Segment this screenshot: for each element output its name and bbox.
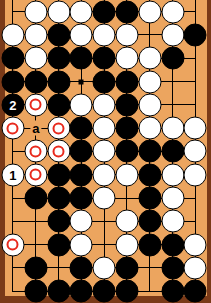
grid-line-v	[195, 210, 196, 233]
white-stone	[70, 210, 93, 233]
grid-line-v	[195, 47, 196, 70]
white-stone	[184, 233, 207, 256]
grid-line-v	[104, 233, 105, 256]
grid-line-v	[149, 256, 150, 279]
point-r13c3[interactable]	[47, 280, 70, 303]
white-stone	[161, 117, 184, 140]
point-r12c2[interactable]	[24, 256, 47, 279]
point-r7c3[interactable]	[47, 140, 70, 163]
white-stone	[93, 23, 116, 46]
black-stone	[93, 70, 116, 93]
point-r12c4[interactable]	[70, 256, 93, 279]
white-stone	[161, 0, 184, 23]
black-stone	[70, 140, 93, 163]
point-r10c1[interactable]	[2, 210, 25, 233]
black-stone	[47, 70, 70, 93]
point-r7c5[interactable]	[93, 140, 116, 163]
black-stone	[70, 187, 93, 210]
black-stone	[47, 23, 70, 46]
grid-line-v	[195, 93, 196, 116]
point-r6c7[interactable]	[138, 116, 161, 139]
grid-line-v	[12, 256, 13, 279]
point-r1c4[interactable]	[70, 0, 93, 23]
point-r11c4[interactable]	[70, 233, 93, 256]
point-r12c5[interactable]	[93, 256, 116, 279]
black-stone	[47, 93, 70, 116]
white-stone	[24, 0, 47, 23]
black-stone	[184, 23, 207, 46]
go-board: 2a1	[0, 0, 211, 303]
point-r8c3[interactable]	[47, 163, 70, 186]
black-stone	[47, 187, 70, 210]
point-r1c1[interactable]	[2, 0, 25, 23]
point-r13c8[interactable]	[161, 280, 184, 303]
point-r13c4[interactable]	[70, 280, 93, 303]
point-r4c5[interactable]	[93, 70, 116, 93]
point-r6c4[interactable]	[70, 116, 93, 139]
grid-line-v	[149, 280, 150, 292]
point-r4c4[interactable]	[70, 70, 93, 93]
point-r7c9[interactable]	[184, 140, 207, 163]
black-stone	[93, 47, 116, 70]
point-r5c9[interactable]	[184, 93, 207, 116]
point-r3c8[interactable]	[161, 47, 184, 70]
point-r6c9[interactable]	[184, 116, 207, 139]
board-grid: 2a1	[2, 0, 207, 303]
white-stone	[70, 233, 93, 256]
grid-line-v	[35, 233, 36, 256]
white-stone	[1, 23, 24, 46]
white-stone	[24, 23, 47, 46]
grid-line-h	[12, 11, 24, 12]
point-r8c1[interactable]: 1	[2, 163, 25, 186]
black-stone	[70, 256, 93, 279]
grid-line-v	[58, 256, 59, 279]
point-r7c8[interactable]	[161, 140, 184, 163]
point-r10c5[interactable]	[93, 210, 116, 233]
point-r7c4[interactable]	[70, 140, 93, 163]
point-r12c8[interactable]	[161, 256, 184, 279]
white-stone	[161, 187, 184, 210]
white-stone	[93, 140, 116, 163]
circle-mark	[30, 169, 42, 181]
grid-line-v	[12, 140, 13, 163]
white-stone	[93, 163, 116, 186]
point-r9c3[interactable]	[47, 186, 70, 209]
grid-line-h	[12, 151, 24, 152]
white-stone	[47, 140, 70, 163]
point-r11c2[interactable]	[24, 233, 47, 256]
point-r3c4[interactable]	[70, 47, 93, 70]
point-r5c7[interactable]	[138, 93, 161, 116]
grid-line-h	[12, 267, 24, 268]
point-r7c7[interactable]	[138, 140, 161, 163]
point-r13c1[interactable]	[2, 280, 25, 303]
move-number-label: 1	[9, 168, 16, 181]
black-stone	[138, 233, 161, 256]
white-stone	[161, 210, 184, 233]
point-r1c7[interactable]	[138, 0, 161, 23]
point-r7c1[interactable]	[2, 140, 25, 163]
point-r3c5[interactable]	[93, 47, 116, 70]
point-r6c2[interactable]: a	[24, 116, 47, 139]
white-stone	[184, 163, 207, 186]
point-r7c6[interactable]	[116, 140, 139, 163]
point-r5c2[interactable]	[24, 93, 47, 116]
point-r2c3[interactable]	[47, 23, 70, 46]
point-r7c2[interactable]	[24, 140, 47, 163]
point-r9c2[interactable]	[24, 186, 47, 209]
point-r6c1[interactable]	[2, 116, 25, 139]
white-stone	[115, 47, 138, 70]
point-r2c5[interactable]	[93, 23, 116, 46]
point-r9c6[interactable]	[116, 186, 139, 209]
point-label-a: a	[30, 121, 41, 136]
point-r9c7[interactable]	[138, 186, 161, 209]
point-r2c2[interactable]	[24, 23, 47, 46]
black-stone	[161, 140, 184, 163]
black-stone	[24, 256, 47, 279]
black-stone	[115, 140, 138, 163]
point-r6c5[interactable]	[93, 116, 116, 139]
white-stone	[93, 93, 116, 116]
white-stone	[93, 256, 116, 279]
point-r4c1[interactable]	[2, 70, 25, 93]
black-stone	[161, 280, 184, 303]
point-r9c4[interactable]	[70, 186, 93, 209]
point-r5c1[interactable]: 2	[2, 93, 25, 116]
grid-line-h	[12, 291, 24, 292]
white-stone	[138, 0, 161, 23]
point-r8c2[interactable]	[24, 163, 47, 186]
point-r10c6[interactable]	[116, 210, 139, 233]
point-r2c8[interactable]	[161, 23, 184, 46]
point-r12c7[interactable]	[138, 256, 161, 279]
white-stone	[161, 23, 184, 46]
point-r10c4[interactable]	[70, 210, 93, 233]
point-r4c2[interactable]	[24, 70, 47, 93]
white-stone	[24, 47, 47, 70]
point-r9c9[interactable]	[184, 186, 207, 209]
point-r10c2[interactable]	[24, 210, 47, 233]
black-stone: 2	[1, 93, 24, 116]
point-r4c9[interactable]	[184, 70, 207, 93]
point-r10c8[interactable]	[161, 210, 184, 233]
point-r8c9[interactable]	[184, 163, 207, 186]
black-stone	[47, 163, 70, 186]
grid-line-v	[35, 210, 36, 233]
point-r10c3[interactable]	[47, 210, 70, 233]
grid-line-v	[104, 210, 105, 233]
point-r2c1[interactable]	[2, 23, 25, 46]
white-stone	[70, 93, 93, 116]
white-stone	[1, 117, 24, 140]
white-stone	[93, 187, 116, 210]
circle-mark	[30, 145, 42, 157]
grid-line-h	[12, 198, 24, 199]
black-stone	[93, 280, 116, 303]
move-number-label: 2	[9, 98, 16, 111]
point-r3c3[interactable]	[47, 47, 70, 70]
black-stone	[115, 93, 138, 116]
star-point	[79, 79, 84, 84]
point-r13c9[interactable]	[184, 280, 207, 303]
white-stone	[47, 117, 70, 140]
point-r6c6[interactable]	[116, 116, 139, 139]
white-stone	[115, 163, 138, 186]
point-r2c6[interactable]	[116, 23, 139, 46]
point-r8c6[interactable]	[116, 163, 139, 186]
point-r5c4[interactable]	[70, 93, 93, 116]
black-stone	[70, 117, 93, 140]
point-r12c3[interactable]	[47, 256, 70, 279]
grid-line-v	[172, 93, 173, 116]
point-r10c9[interactable]	[184, 210, 207, 233]
circle-mark	[7, 239, 19, 251]
point-r3c2[interactable]	[24, 47, 47, 70]
point-r5c5[interactable]	[93, 93, 116, 116]
point-r5c8[interactable]	[161, 93, 184, 116]
black-stone	[161, 256, 184, 279]
black-stone	[1, 70, 24, 93]
point-r12c1[interactable]	[2, 256, 25, 279]
point-r11c1[interactable]	[2, 233, 25, 256]
grid-line-v	[172, 70, 173, 93]
white-stone	[115, 233, 138, 256]
point-r11c8[interactable]	[161, 233, 184, 256]
white-stone	[161, 163, 184, 186]
white-stone	[115, 23, 138, 46]
black-stone	[47, 280, 70, 303]
board-edge-right	[207, 0, 211, 303]
black-stone	[161, 233, 184, 256]
point-r12c9[interactable]	[184, 256, 207, 279]
white-stone	[138, 70, 161, 93]
point-r3c1[interactable]	[2, 47, 25, 70]
white-stone	[138, 117, 161, 140]
white-stone	[138, 93, 161, 116]
point-r6c8[interactable]	[161, 116, 184, 139]
point-r4c6[interactable]	[116, 70, 139, 93]
point-r13c7[interactable]	[138, 280, 161, 303]
black-stone	[24, 70, 47, 93]
white-stone	[24, 163, 47, 186]
black-stone	[70, 163, 93, 186]
white-stone	[70, 0, 93, 23]
point-r8c7[interactable]	[138, 163, 161, 186]
grid-line-h	[12, 221, 24, 222]
white-stone	[1, 233, 24, 256]
point-r8c5[interactable]	[93, 163, 116, 186]
white-stone	[184, 140, 207, 163]
grid-line-v	[149, 23, 150, 46]
point-r1c8[interactable]	[161, 0, 184, 23]
grid-line-v	[12, 186, 13, 209]
black-stone	[47, 233, 70, 256]
black-stone	[115, 256, 138, 279]
grid-line-v	[126, 186, 127, 209]
point-r3c6[interactable]	[116, 47, 139, 70]
white-stone	[47, 0, 70, 23]
black-stone	[70, 47, 93, 70]
point-r4c7[interactable]	[138, 70, 161, 93]
point-r11c6[interactable]	[116, 233, 139, 256]
white-stone	[115, 210, 138, 233]
black-stone	[93, 0, 116, 23]
point-r1c5[interactable]	[93, 0, 116, 23]
black-stone	[47, 47, 70, 70]
black-stone	[184, 280, 207, 303]
point-r5c6[interactable]	[116, 93, 139, 116]
circle-mark	[7, 122, 19, 134]
white-stone	[138, 47, 161, 70]
black-stone	[47, 210, 70, 233]
point-r4c8[interactable]	[161, 70, 184, 93]
black-stone	[1, 47, 24, 70]
black-stone	[115, 70, 138, 93]
point-r3c7[interactable]	[138, 47, 161, 70]
point-r8c8[interactable]	[161, 163, 184, 186]
point-r11c5[interactable]	[93, 233, 116, 256]
grid-line-v	[12, 280, 13, 292]
white-stone	[93, 117, 116, 140]
black-stone	[24, 280, 47, 303]
white-stone	[24, 140, 47, 163]
point-r10c7[interactable]	[138, 210, 161, 233]
grid-line-v	[12, 210, 13, 233]
circle-mark	[53, 122, 65, 134]
point-r13c6[interactable]	[116, 280, 139, 303]
black-stone	[161, 47, 184, 70]
point-r9c8[interactable]	[161, 186, 184, 209]
point-r1c2[interactable]	[24, 0, 47, 23]
grid-line-v	[195, 70, 196, 93]
point-r1c9[interactable]	[184, 0, 207, 23]
grid-line-v	[12, 0, 13, 23]
grid-line-v	[195, 0, 196, 23]
point-r9c1[interactable]	[2, 186, 25, 209]
point-r5c3[interactable]	[47, 93, 70, 116]
black-stone	[70, 280, 93, 303]
point-r8c4[interactable]	[70, 163, 93, 186]
point-r4c3[interactable]	[47, 70, 70, 93]
white-stone	[24, 93, 47, 116]
point-r13c2[interactable]	[24, 280, 47, 303]
grid-line-v	[195, 186, 196, 209]
black-stone	[138, 140, 161, 163]
point-r1c6[interactable]	[116, 0, 139, 23]
black-stone	[115, 0, 138, 23]
point-r11c9[interactable]	[184, 233, 207, 256]
point-r3c9[interactable]	[184, 47, 207, 70]
point-r13c5[interactable]	[93, 280, 116, 303]
point-r1c3[interactable]	[47, 0, 70, 23]
black-stone	[24, 187, 47, 210]
black-stone	[115, 280, 138, 303]
point-r2c7[interactable]	[138, 23, 161, 46]
white-stone	[184, 117, 207, 140]
point-r6c3[interactable]	[47, 116, 70, 139]
point-r2c4[interactable]	[70, 23, 93, 46]
point-r9c5[interactable]	[93, 186, 116, 209]
black-stone	[115, 117, 138, 140]
white-stone	[184, 256, 207, 279]
black-stone	[138, 163, 161, 186]
white-stone	[70, 23, 93, 46]
circle-mark	[53, 145, 65, 157]
white-stone: 1	[1, 163, 24, 186]
point-r12c6[interactable]	[116, 256, 139, 279]
point-r11c3[interactable]	[47, 233, 70, 256]
point-r11c7[interactable]	[138, 233, 161, 256]
point-r2c9[interactable]	[184, 23, 207, 46]
black-stone	[138, 210, 161, 233]
circle-mark	[30, 99, 42, 111]
black-stone	[138, 187, 161, 210]
